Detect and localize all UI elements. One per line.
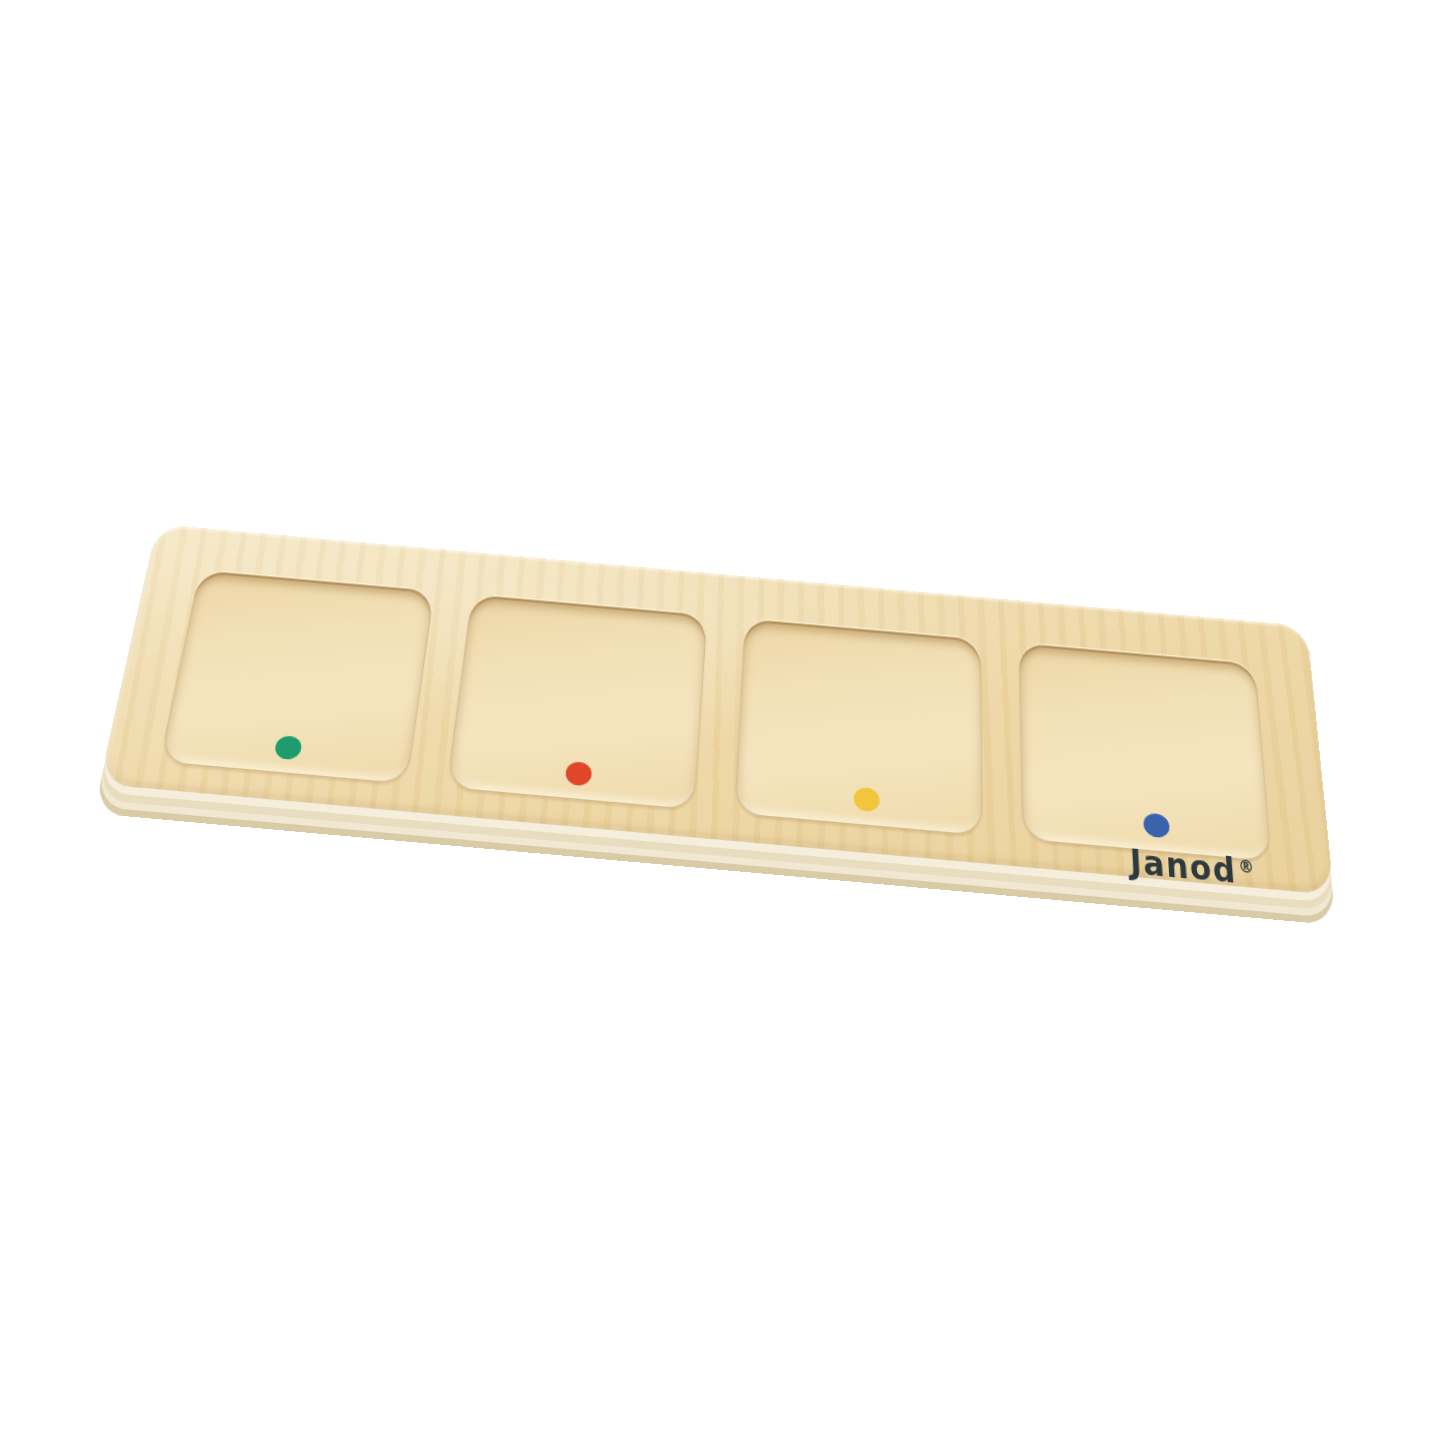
slot-1-green[interactable]: [160, 570, 435, 785]
blue-dot-marker: [1142, 813, 1169, 839]
slot-3-yellow[interactable]: [734, 618, 983, 836]
red-dot-marker: [564, 761, 592, 786]
green-dot-marker: [273, 735, 303, 760]
slot-4-blue[interactable]: [1018, 643, 1272, 863]
registered-trademark-symbol: ®: [1238, 856, 1255, 878]
product-photo: Janod®: [0, 0, 1445, 1445]
slot-2-red[interactable]: [446, 594, 707, 810]
yellow-dot-marker: [854, 787, 880, 813]
brand-logo-text: Janod: [1129, 841, 1238, 891]
tray-board: Janod®: [99, 524, 1334, 895]
